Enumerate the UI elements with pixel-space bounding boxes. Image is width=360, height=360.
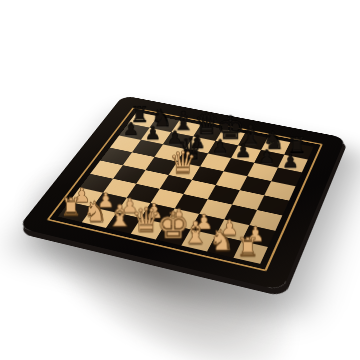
black-knight-piece: ♞: [261, 128, 285, 153]
square-a6: [110, 135, 141, 152]
square-e1: ♚: [156, 224, 191, 246]
photo-scene: ♜♞♝♛♚♝♞♜♟♟♟♟♟♟♟♟♛♛♟♟♟♟♟♟♟♟♜♞♝♛♚♝♞♜: [0, 0, 360, 360]
chess-set-photo: ♜♞♝♛♚♝♞♜♟♟♟♟♟♟♟♟♛♛♟♟♟♟♟♟♟♟♜♞♝♛♚♝♞♜: [0, 0, 360, 360]
black-rook-piece: ♜: [285, 135, 309, 157]
chess-board: ♜♞♝♛♚♝♞♜♟♟♟♟♟♟♟♟♛♛♟♟♟♟♟♟♟♟♜♞♝♛♚♝♞♜: [18, 95, 346, 291]
black-rook-piece: ♜: [128, 105, 151, 126]
square-g3: [224, 205, 257, 226]
board-inlay-line: ♜♞♝♛♚♝♞♜♟♟♟♟♟♟♟♟♛♛♟♟♟♟♟♟♟♟♜♞♝♛♚♝♞♜: [47, 107, 323, 271]
square-a5: [100, 148, 132, 166]
board-grid: ♜♞♝♛♚♝♞♜♟♟♟♟♟♟♟♟♛♛♟♟♟♟♟♟♟♟♜♞♝♛♚♝♞♜: [58, 112, 314, 264]
